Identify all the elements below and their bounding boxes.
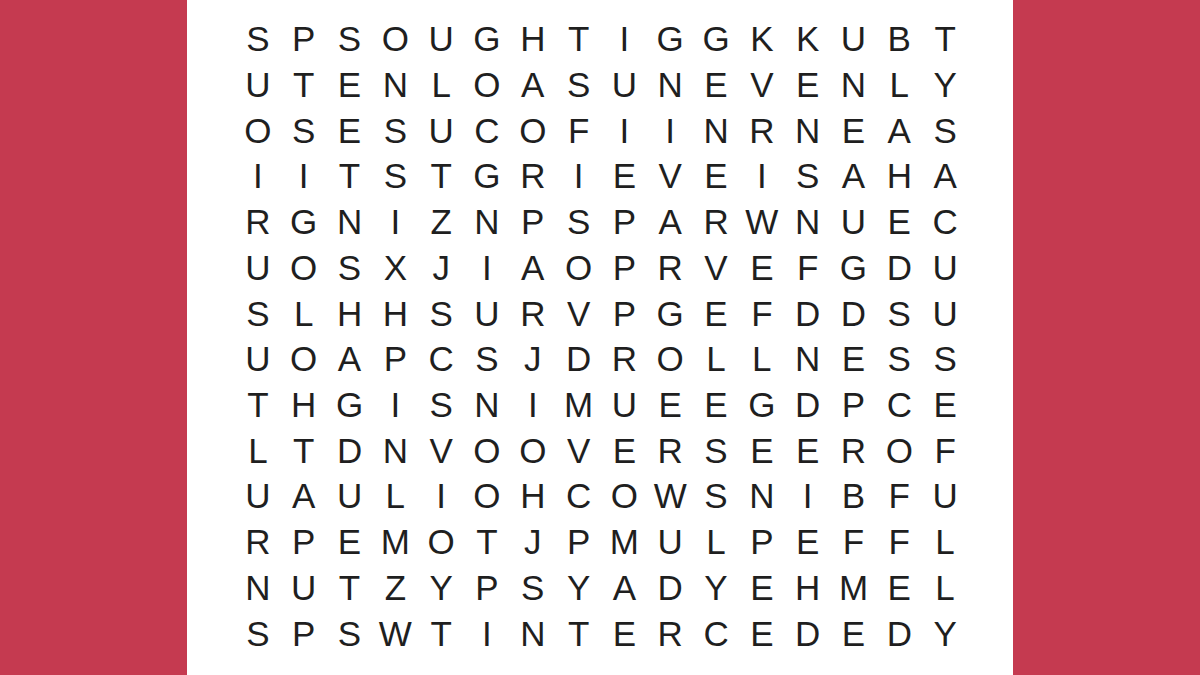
grid-cell[interactable]: L [876, 62, 922, 108]
grid-cell[interactable]: S [785, 153, 831, 199]
grid-cell[interactable]: S [372, 153, 418, 199]
grid-cell[interactable]: E [693, 62, 739, 108]
grid-cell[interactable]: O [372, 16, 418, 62]
grid-cell[interactable]: Z [418, 199, 464, 245]
grid-cell[interactable]: M [602, 519, 648, 565]
grid-cell[interactable]: A [831, 153, 877, 199]
grid-cell[interactable]: C [693, 610, 739, 656]
grid-cell[interactable]: P [281, 610, 327, 656]
grid-cell[interactable]: N [372, 62, 418, 108]
grid-cell[interactable]: D [876, 245, 922, 291]
grid-cell[interactable]: Y [922, 610, 968, 656]
grid-cell[interactable]: U [418, 16, 464, 62]
grid-cell[interactable]: H [876, 153, 922, 199]
grid-cell[interactable]: R [739, 107, 785, 153]
grid-cell[interactable]: E [647, 382, 693, 428]
grid-cell[interactable]: O [602, 473, 648, 519]
grid-cell[interactable]: L [235, 427, 281, 473]
grid-cell[interactable]: M [556, 382, 602, 428]
grid-cell[interactable]: K [739, 16, 785, 62]
grid-cell[interactable]: E [922, 382, 968, 428]
grid-cell[interactable]: U [831, 16, 877, 62]
grid-cell[interactable]: H [281, 382, 327, 428]
grid-cell[interactable]: A [510, 62, 556, 108]
grid-cell[interactable]: O [464, 473, 510, 519]
grid-cell[interactable]: U [647, 519, 693, 565]
grid-cell[interactable]: Y [922, 62, 968, 108]
grid-cell[interactable]: S [693, 427, 739, 473]
grid-cell[interactable]: G [464, 16, 510, 62]
grid-cell[interactable]: M [831, 565, 877, 611]
grid-cell[interactable]: G [693, 16, 739, 62]
grid-cell[interactable]: E [602, 610, 648, 656]
grid-cell[interactable]: G [464, 153, 510, 199]
grid-cell[interactable]: E [327, 519, 373, 565]
grid-cell[interactable]: N [372, 427, 418, 473]
grid-cell[interactable]: N [464, 199, 510, 245]
grid-cell[interactable]: R [647, 427, 693, 473]
grid-cell[interactable]: S [556, 199, 602, 245]
grid-cell[interactable]: S [510, 565, 556, 611]
grid-cell[interactable]: O [647, 336, 693, 382]
grid-cell[interactable]: U [922, 473, 968, 519]
grid-cell[interactable]: Y [693, 565, 739, 611]
grid-cell[interactable]: J [510, 519, 556, 565]
grid-cell[interactable]: D [785, 382, 831, 428]
grid-cell[interactable]: V [556, 427, 602, 473]
grid-cell[interactable]: H [327, 290, 373, 336]
grid-cell[interactable]: S [464, 336, 510, 382]
grid-cell[interactable]: B [831, 473, 877, 519]
grid-cell[interactable]: U [602, 62, 648, 108]
grid-cell[interactable]: N [785, 107, 831, 153]
grid-cell[interactable]: V [693, 245, 739, 291]
grid-cell[interactable]: P [739, 519, 785, 565]
grid-cell[interactable]: O [235, 107, 281, 153]
grid-cell[interactable]: S [418, 382, 464, 428]
grid-cell[interactable]: O [418, 519, 464, 565]
grid-cell[interactable]: L [693, 336, 739, 382]
grid-cell[interactable]: L [739, 336, 785, 382]
grid-cell[interactable]: F [739, 290, 785, 336]
grid-cell[interactable]: S [876, 290, 922, 336]
grid-cell[interactable]: R [510, 290, 556, 336]
grid-cell[interactable]: P [464, 565, 510, 611]
grid-cell[interactable]: W [647, 473, 693, 519]
right-border-band [1013, 0, 1200, 675]
grid-cell[interactable]: D [785, 290, 831, 336]
grid-cell[interactable]: U [235, 473, 281, 519]
grid-cell[interactable]: N [327, 199, 373, 245]
grid-cell[interactable]: E [739, 245, 785, 291]
grid-cell[interactable]: O [876, 427, 922, 473]
grid-cell[interactable]: O [464, 62, 510, 108]
grid-cell[interactable]: H [510, 16, 556, 62]
grid-cell[interactable]: N [739, 473, 785, 519]
grid-cell[interactable]: F [556, 107, 602, 153]
grid-cell[interactable]: O [556, 245, 602, 291]
grid-cell[interactable]: N [785, 199, 831, 245]
grid-cell[interactable]: T [281, 427, 327, 473]
grid-cell[interactable]: E [739, 565, 785, 611]
grid-cell[interactable]: J [510, 336, 556, 382]
grid-cell[interactable]: E [876, 565, 922, 611]
grid-cell[interactable]: E [739, 610, 785, 656]
grid-cell[interactable]: E [693, 382, 739, 428]
grid-cell[interactable]: V [418, 427, 464, 473]
grid-cell[interactable]: U [922, 290, 968, 336]
grid-cell[interactable]: S [235, 610, 281, 656]
grid-cell[interactable]: T [556, 16, 602, 62]
grid-cell[interactable]: E [831, 610, 877, 656]
grid-cell[interactable]: C [922, 199, 968, 245]
grid-cell[interactable]: N [510, 610, 556, 656]
grid-cell[interactable]: R [510, 153, 556, 199]
grid-cell[interactable]: E [602, 153, 648, 199]
grid-cell[interactable]: E [693, 153, 739, 199]
grid-cell[interactable]: N [647, 62, 693, 108]
grid-cell[interactable]: P [281, 16, 327, 62]
grid-cell[interactable]: L [922, 565, 968, 611]
grid-cell[interactable]: S [556, 62, 602, 108]
grid-cell[interactable]: E [602, 427, 648, 473]
grid-cell[interactable]: U [464, 290, 510, 336]
grid-cell[interactable]: O [281, 245, 327, 291]
grid-cell[interactable]: T [464, 519, 510, 565]
grid-cell[interactable]: F [922, 427, 968, 473]
grid-cell[interactable]: A [281, 473, 327, 519]
grid-cell[interactable]: C [556, 473, 602, 519]
grid-cell[interactable]: I [372, 382, 418, 428]
grid-cell[interactable]: S [235, 290, 281, 336]
grid-cell[interactable]: S [418, 290, 464, 336]
grid-cell[interactable]: D [327, 427, 373, 473]
grid-cell[interactable]: F [876, 519, 922, 565]
grid-cell[interactable]: S [235, 16, 281, 62]
grid-cell[interactable]: T [556, 610, 602, 656]
grid-cell[interactable]: D [647, 565, 693, 611]
grid-cell[interactable]: T [281, 62, 327, 108]
grid-cell[interactable]: I [739, 153, 785, 199]
grid-cell[interactable]: H [785, 565, 831, 611]
grid-cell[interactable]: C [464, 107, 510, 153]
grid-cell[interactable]: O [510, 107, 556, 153]
grid-cell[interactable]: N [831, 62, 877, 108]
grid-cell[interactable]: E [876, 199, 922, 245]
grid-cell[interactable]: S [327, 245, 373, 291]
grid-cell[interactable]: U [831, 199, 877, 245]
grid-cell[interactable]: Z [372, 565, 418, 611]
grid-cell[interactable]: A [327, 336, 373, 382]
grid-cell[interactable]: U [922, 245, 968, 291]
grid-cell[interactable]: N [235, 565, 281, 611]
grid-cell[interactable]: D [785, 610, 831, 656]
grid-cell[interactable]: Y [418, 565, 464, 611]
grid-cell[interactable]: C [876, 382, 922, 428]
grid-cell[interactable]: P [372, 336, 418, 382]
grid-cell[interactable]: E [327, 62, 373, 108]
grid-cell[interactable]: O [464, 427, 510, 473]
grid-cell[interactable]: J [418, 245, 464, 291]
grid-cell[interactable]: I [464, 610, 510, 656]
grid-cell[interactable]: R [602, 336, 648, 382]
grid-cell[interactable]: S [922, 336, 968, 382]
grid-cell[interactable]: I [785, 473, 831, 519]
grid-cell[interactable]: E [693, 290, 739, 336]
grid-cell[interactable]: R [235, 199, 281, 245]
grid-cell[interactable]: U [235, 245, 281, 291]
grid-cell[interactable]: S [327, 610, 373, 656]
grid-cell[interactable]: I [418, 473, 464, 519]
grid-cell[interactable]: H [510, 473, 556, 519]
grid-cell[interactable]: L [922, 519, 968, 565]
grid-cell[interactable]: P [281, 519, 327, 565]
grid-cell[interactable]: I [602, 16, 648, 62]
grid-cell[interactable]: N [693, 107, 739, 153]
grid-cell[interactable]: E [831, 107, 877, 153]
grid-cell[interactable]: O [510, 427, 556, 473]
grid-cell[interactable]: S [876, 336, 922, 382]
grid-cell[interactable]: E [327, 107, 373, 153]
grid-cell[interactable]: A [922, 153, 968, 199]
grid-cell[interactable]: I [602, 107, 648, 153]
grid-cell[interactable]: S [372, 107, 418, 153]
grid-cell[interactable]: N [464, 382, 510, 428]
grid-cell[interactable]: R [647, 245, 693, 291]
grid-cell[interactable]: H [372, 290, 418, 336]
grid-cell[interactable]: B [876, 16, 922, 62]
grid-cell[interactable]: D [876, 610, 922, 656]
grid-cell[interactable]: X [372, 245, 418, 291]
left-border-band [0, 0, 187, 675]
grid-cell[interactable]: L [372, 473, 418, 519]
grid-cell[interactable]: E [785, 427, 831, 473]
grid-cell[interactable]: A [876, 107, 922, 153]
grid-cell[interactable]: K [785, 16, 831, 62]
grid-cell[interactable]: Y [556, 565, 602, 611]
grid-cell[interactable]: U [418, 107, 464, 153]
grid-cell[interactable]: V [647, 153, 693, 199]
grid-cell[interactable]: P [831, 382, 877, 428]
grid-cell[interactable]: F [831, 519, 877, 565]
grid-cell[interactable]: U [327, 473, 373, 519]
grid-cell[interactable]: I [281, 153, 327, 199]
grid-cell[interactable]: L [418, 62, 464, 108]
grid-cell[interactable]: G [831, 245, 877, 291]
grid-cell[interactable]: G [739, 382, 785, 428]
grid-cell[interactable]: L [281, 290, 327, 336]
grid-cell[interactable]: U [235, 336, 281, 382]
grid-cell[interactable]: N [785, 336, 831, 382]
grid-cell[interactable]: T [418, 610, 464, 656]
grid-cell[interactable]: A [647, 199, 693, 245]
grid-cell[interactable]: F [785, 245, 831, 291]
grid-cell[interactable]: G [281, 199, 327, 245]
grid-cell[interactable]: F [876, 473, 922, 519]
grid-cell[interactable]: P [602, 290, 648, 336]
grid-cell[interactable]: R [831, 427, 877, 473]
grid-cell[interactable]: P [602, 199, 648, 245]
grid-cell[interactable]: S [693, 473, 739, 519]
grid-cell[interactable]: U [602, 382, 648, 428]
grid-cell[interactable]: M [372, 519, 418, 565]
grid-cell[interactable]: T [327, 153, 373, 199]
grid-cell[interactable]: V [556, 290, 602, 336]
grid-cell[interactable]: E [785, 62, 831, 108]
grid-cell[interactable]: I [372, 199, 418, 245]
grid-cell[interactable]: A [602, 565, 648, 611]
grid-cell[interactable]: G [647, 16, 693, 62]
grid-cell[interactable]: C [418, 336, 464, 382]
grid-cell[interactable]: T [327, 565, 373, 611]
grid-cell[interactable]: T [418, 153, 464, 199]
grid-cell[interactable]: P [510, 199, 556, 245]
grid-cell[interactable]: I [510, 382, 556, 428]
grid-cell[interactable]: R [693, 199, 739, 245]
grid-cell[interactable]: D [831, 290, 877, 336]
grid-cell[interactable]: W [739, 199, 785, 245]
word-search-grid: SPSOUGHTIGGKKUBTUTENLOASUNEVENLYOSESUCOF… [235, 16, 968, 656]
grid-cell[interactable]: T [922, 16, 968, 62]
grid-cell[interactable]: I [235, 153, 281, 199]
grid-cell[interactable]: G [327, 382, 373, 428]
grid-cell[interactable]: S [327, 16, 373, 62]
grid-cell[interactable]: O [281, 336, 327, 382]
grid-cell[interactable]: G [647, 290, 693, 336]
grid-cell[interactable]: T [235, 382, 281, 428]
grid-cell[interactable]: V [739, 62, 785, 108]
grid-cell[interactable]: L [693, 519, 739, 565]
grid-cell[interactable]: P [556, 519, 602, 565]
grid-cell[interactable]: S [281, 107, 327, 153]
grid-cell[interactable]: S [922, 107, 968, 153]
grid-cell[interactable]: P [602, 245, 648, 291]
grid-cell[interactable]: R [235, 519, 281, 565]
grid-cell[interactable]: I [647, 107, 693, 153]
grid-cell[interactable]: W [372, 610, 418, 656]
grid-cell[interactable]: D [556, 336, 602, 382]
grid-cell[interactable]: E [831, 336, 877, 382]
grid-cell[interactable]: R [647, 610, 693, 656]
grid-cell[interactable]: I [556, 153, 602, 199]
grid-cell[interactable]: E [739, 427, 785, 473]
grid-cell[interactable]: U [235, 62, 281, 108]
grid-cell[interactable]: E [785, 519, 831, 565]
grid-cell[interactable]: U [281, 565, 327, 611]
grid-cell[interactable]: A [510, 245, 556, 291]
grid-cell[interactable]: I [464, 245, 510, 291]
